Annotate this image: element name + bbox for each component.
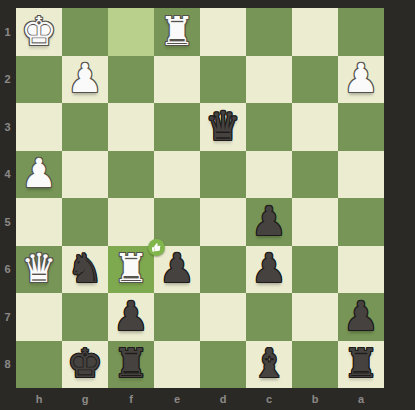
square-c8[interactable]: ♝ [246, 341, 292, 389]
black-pawn[interactable]: ♟ [251, 201, 287, 241]
excellent-move-badge [148, 239, 165, 256]
square-g3[interactable] [62, 103, 108, 151]
square-f6[interactable]: ♜ [108, 246, 154, 294]
rank-label-5: 5 [0, 198, 15, 246]
square-h4[interactable]: ♟ [16, 151, 62, 199]
square-h2[interactable] [16, 56, 62, 104]
white-king[interactable]: ♚ [21, 11, 57, 51]
square-h8[interactable] [16, 341, 62, 389]
square-c7[interactable] [246, 293, 292, 341]
square-c1[interactable] [246, 8, 292, 56]
square-b8[interactable] [292, 341, 338, 389]
white-rook[interactable]: ♜ [113, 248, 149, 288]
square-d5[interactable] [200, 198, 246, 246]
white-pawn[interactable]: ♟ [343, 58, 379, 98]
rank-label-8: 8 [0, 341, 15, 389]
square-f7[interactable]: ♟ [108, 293, 154, 341]
square-c2[interactable] [246, 56, 292, 104]
square-b4[interactable] [292, 151, 338, 199]
square-a2[interactable]: ♟ [338, 56, 384, 104]
rank-label-2: 2 [0, 56, 15, 104]
square-d4[interactable] [200, 151, 246, 199]
thumbs-up-icon [150, 241, 162, 253]
square-d2[interactable] [200, 56, 246, 104]
square-c5[interactable]: ♟ [246, 198, 292, 246]
square-g8[interactable]: ♚ [62, 341, 108, 389]
square-d6[interactable] [200, 246, 246, 294]
square-c3[interactable] [246, 103, 292, 151]
rank-label-7: 7 [0, 293, 15, 341]
square-g5[interactable] [62, 198, 108, 246]
square-b6[interactable] [292, 246, 338, 294]
square-b5[interactable] [292, 198, 338, 246]
file-label-h: h [16, 389, 62, 409]
square-e3[interactable] [154, 103, 200, 151]
square-e5[interactable] [154, 198, 200, 246]
square-g7[interactable] [62, 293, 108, 341]
square-h3[interactable] [16, 103, 62, 151]
square-e4[interactable] [154, 151, 200, 199]
square-g1[interactable] [62, 8, 108, 56]
square-a8[interactable]: ♜ [338, 341, 384, 389]
square-a3[interactable] [338, 103, 384, 151]
rank-labels: 12345678 [0, 8, 16, 388]
square-f5[interactable] [108, 198, 154, 246]
rank-label-6: 6 [0, 246, 15, 294]
square-a7[interactable]: ♟ [338, 293, 384, 341]
file-label-e: e [154, 389, 200, 409]
square-d7[interactable] [200, 293, 246, 341]
square-f8[interactable]: ♜ [108, 341, 154, 389]
square-g4[interactable] [62, 151, 108, 199]
square-d8[interactable] [200, 341, 246, 389]
square-b1[interactable] [292, 8, 338, 56]
file-labels: hgfedcba [16, 389, 384, 409]
square-b3[interactable] [292, 103, 338, 151]
square-e1[interactable]: ♜ [154, 8, 200, 56]
white-rook[interactable]: ♜ [159, 11, 195, 51]
square-h7[interactable] [16, 293, 62, 341]
black-king[interactable]: ♚ [67, 343, 103, 383]
square-h1[interactable]: ♚ [16, 8, 62, 56]
square-a6[interactable] [338, 246, 384, 294]
black-pawn[interactable]: ♟ [113, 296, 149, 336]
file-label-g: g [62, 389, 108, 409]
square-e7[interactable] [154, 293, 200, 341]
black-bishop[interactable]: ♝ [251, 343, 287, 383]
chess-app-background: 12345678 ♚♜♟♟♛♟♟♛♞♜♟♟♟♟♚♜♝♜ hgfedcba [0, 0, 415, 410]
rank-label-3: 3 [0, 103, 15, 151]
black-pawn[interactable]: ♟ [251, 248, 287, 288]
square-a5[interactable] [338, 198, 384, 246]
square-a4[interactable] [338, 151, 384, 199]
black-rook[interactable]: ♜ [113, 343, 149, 383]
square-e8[interactable] [154, 341, 200, 389]
file-label-b: b [292, 389, 338, 409]
white-pawn[interactable]: ♟ [67, 58, 103, 98]
file-label-a: a [338, 389, 384, 409]
square-a1[interactable] [338, 8, 384, 56]
square-c6[interactable]: ♟ [246, 246, 292, 294]
square-f2[interactable] [108, 56, 154, 104]
square-g6[interactable]: ♞ [62, 246, 108, 294]
square-f3[interactable] [108, 103, 154, 151]
square-c4[interactable] [246, 151, 292, 199]
square-b7[interactable] [292, 293, 338, 341]
white-pawn[interactable]: ♟ [21, 153, 57, 193]
black-pawn[interactable]: ♟ [159, 248, 195, 288]
rank-label-1: 1 [0, 8, 15, 56]
square-h5[interactable] [16, 198, 62, 246]
white-queen[interactable]: ♛ [21, 248, 57, 288]
square-d3[interactable]: ♛ [200, 103, 246, 151]
square-d1[interactable] [200, 8, 246, 56]
square-g2[interactable]: ♟ [62, 56, 108, 104]
rank-label-4: 4 [0, 151, 15, 199]
square-h6[interactable]: ♛ [16, 246, 62, 294]
black-pawn[interactable]: ♟ [343, 296, 379, 336]
chess-board[interactable]: ♚♜♟♟♛♟♟♛♞♜♟♟♟♟♚♜♝♜ [16, 8, 384, 388]
square-b2[interactable] [292, 56, 338, 104]
file-label-f: f [108, 389, 154, 409]
square-f1[interactable] [108, 8, 154, 56]
square-f4[interactable] [108, 151, 154, 199]
black-knight[interactable]: ♞ [67, 248, 103, 288]
square-e2[interactable] [154, 56, 200, 104]
file-label-d: d [200, 389, 246, 409]
black-queen[interactable]: ♛ [205, 106, 241, 146]
black-rook[interactable]: ♜ [343, 343, 379, 383]
file-label-c: c [246, 389, 292, 409]
